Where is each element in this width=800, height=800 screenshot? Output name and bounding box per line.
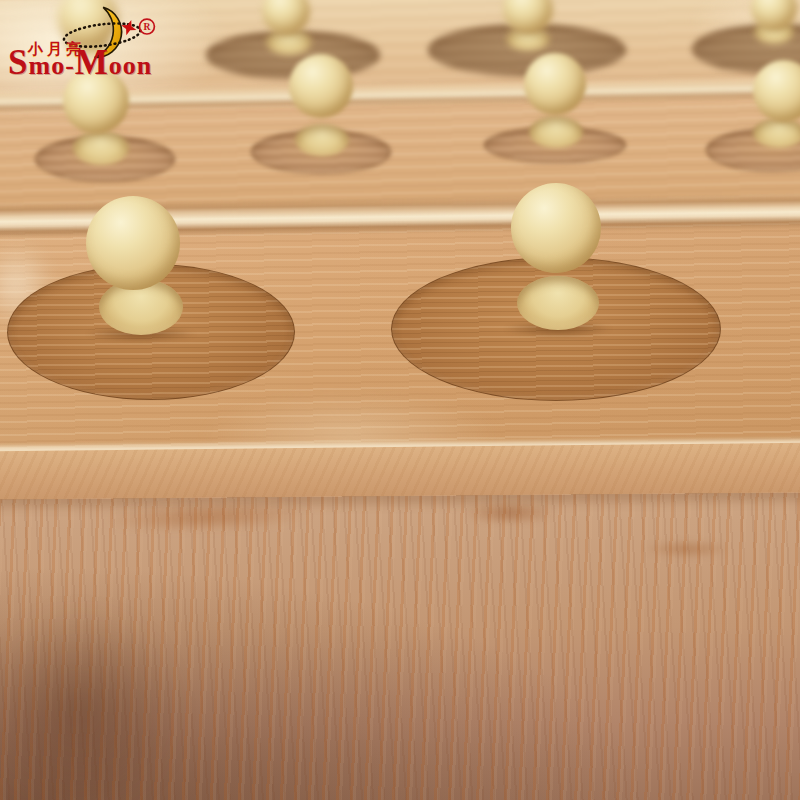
- cylinder-knob-ball: [86, 196, 180, 290]
- brand-latin-name: Smo-Moon: [8, 44, 152, 83]
- cylinder-knob-ball: [289, 54, 353, 118]
- wood-grain-mark: [642, 540, 732, 558]
- cylinder-knob-base: [295, 124, 349, 156]
- cylinder-knob-base: [517, 276, 599, 330]
- brand-logo: R 小月亮 Smo-Moon: [4, 0, 194, 96]
- svg-text:R: R: [143, 21, 151, 32]
- registered-trademark: R: [139, 19, 154, 34]
- cylinder-knob-ball: [524, 53, 586, 115]
- product-photo-montessori-cylinders: R 小月亮 Smo-Moon: [0, 0, 800, 800]
- brand-letter: M: [75, 43, 109, 82]
- cylinder-knob-base: [753, 118, 800, 148]
- brand-letters: oon: [109, 51, 152, 80]
- wood-grain-mark: [462, 501, 557, 525]
- brand-letter: S: [8, 43, 28, 82]
- cylinder-knob-base: [529, 116, 583, 148]
- brand-letters: mo-: [28, 51, 74, 80]
- cylinder-knob-ball: [511, 183, 601, 273]
- cylinder-knob-base: [73, 131, 129, 165]
